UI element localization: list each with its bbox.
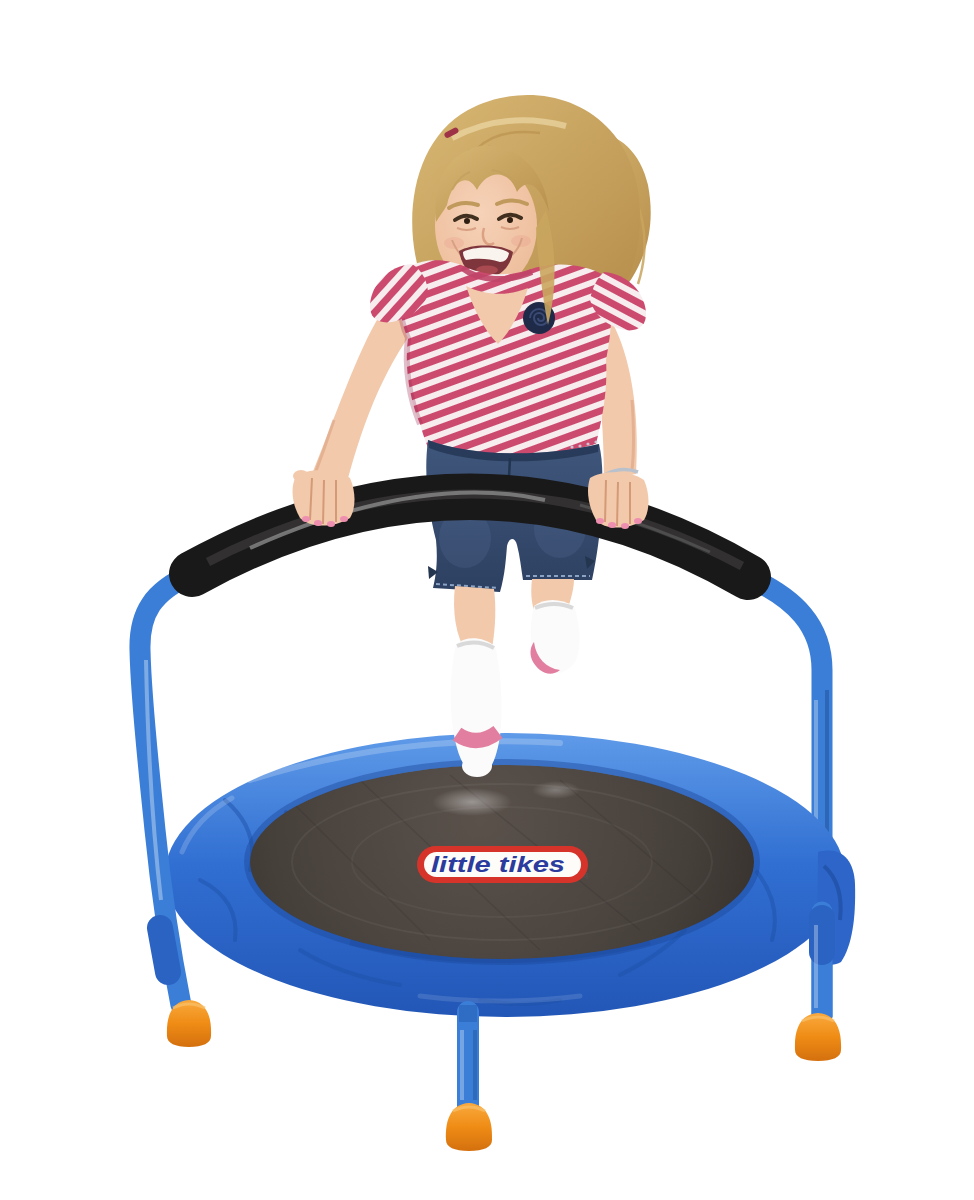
girl-sock-right-foot [531,600,580,674]
sock-toe [462,755,492,777]
sock-reflection-2 [532,781,580,799]
product-photo: little tikes ® [0,0,974,1200]
leg-clamp-left [160,928,168,972]
girl-hand-right [588,472,649,529]
brand-logo: little tikes ® [417,846,590,883]
leg-clamp-center [459,1005,477,1022]
photo-canvas: little tikes ® [0,0,974,1200]
brand-logo-text: little tikes [431,852,565,877]
trampoline-leg-center [459,1005,477,1108]
sock-reflection [432,788,512,816]
registered-mark: ® [584,872,590,881]
girl-hand-left [293,470,355,527]
sock-pink-band [457,732,498,741]
